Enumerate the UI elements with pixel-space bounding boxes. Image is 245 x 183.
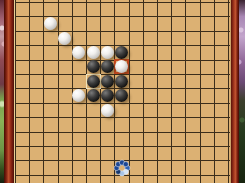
stone-black bbox=[87, 89, 100, 102]
game-window bbox=[0, 0, 245, 183]
stone-white bbox=[58, 32, 71, 45]
stone-black bbox=[87, 60, 100, 73]
stone-white bbox=[44, 17, 57, 30]
placement-ring-cursor-icon[interactable] bbox=[113, 159, 131, 177]
stone-black bbox=[115, 46, 128, 59]
stone-black bbox=[115, 89, 128, 102]
stone-black bbox=[101, 60, 114, 73]
gomoku-board[interactable] bbox=[15, 0, 230, 183]
stone-black bbox=[87, 75, 100, 88]
stone-white bbox=[72, 89, 85, 102]
stone-black bbox=[115, 75, 128, 88]
ring-bead bbox=[123, 161, 128, 166]
stone-white bbox=[87, 46, 100, 59]
stone-black bbox=[101, 89, 114, 102]
stone-white bbox=[101, 46, 114, 59]
board-frame-right bbox=[230, 0, 239, 183]
stone-white bbox=[72, 46, 85, 59]
board-frame-left bbox=[4, 0, 15, 183]
stone-black bbox=[101, 75, 114, 88]
stone-white bbox=[101, 104, 114, 117]
